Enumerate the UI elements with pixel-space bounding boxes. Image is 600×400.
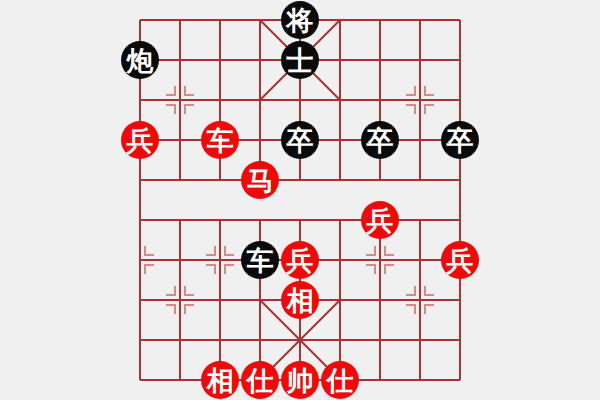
board-point-f0-r0[interactable] [120, 0, 160, 40]
piece-red-elephant[interactable]: 相 [201, 361, 239, 399]
board-point-f6-r0[interactable] [360, 0, 400, 40]
board-point-f0-r4[interactable] [120, 160, 160, 200]
board-point-f7-r1[interactable] [400, 40, 440, 80]
board-point-f8-r4[interactable] [440, 160, 480, 200]
piece-red-soldier[interactable]: 兵 [281, 241, 319, 279]
board-point-f0-r2[interactable] [120, 80, 160, 120]
board-point-f6-r9[interactable] [360, 360, 400, 400]
board-point-f4-r5[interactable] [280, 200, 320, 240]
board-point-f5-r5[interactable] [320, 200, 360, 240]
board-point-f6-r2[interactable] [360, 80, 400, 120]
board-point-f3-r9[interactable]: 仕 [240, 360, 280, 400]
board-point-f2-r8[interactable] [200, 320, 240, 360]
board-point-f2-r9[interactable]: 相 [200, 360, 240, 400]
piece-red-advisor[interactable]: 仕 [241, 361, 279, 399]
board-point-f3-r8[interactable] [240, 320, 280, 360]
board-point-f3-r5[interactable] [240, 200, 280, 240]
board-point-f2-r6[interactable] [200, 240, 240, 280]
board-point-f2-r1[interactable] [200, 40, 240, 80]
board-point-f7-r8[interactable] [400, 320, 440, 360]
board-point-f8-r0[interactable] [440, 0, 480, 40]
board-point-f3-r0[interactable] [240, 0, 280, 40]
board-point-f6-r7[interactable] [360, 280, 400, 320]
piece-red-soldier[interactable]: 兵 [121, 121, 159, 159]
board-point-f5-r7[interactable] [320, 280, 360, 320]
board-point-f0-r5[interactable] [120, 200, 160, 240]
board-point-f0-r7[interactable] [120, 280, 160, 320]
xiangqi-board[interactable]: 将炮士兵车卒卒卒马兵车兵兵相相仕帅仕 [120, 0, 480, 400]
piece-red-soldier[interactable]: 兵 [361, 201, 399, 239]
board-point-f5-r0[interactable] [320, 0, 360, 40]
piece-black-general[interactable]: 将 [281, 1, 319, 39]
board-point-f5-r3[interactable] [320, 120, 360, 160]
board-point-f8-r5[interactable] [440, 200, 480, 240]
board-point-f6-r3[interactable]: 卒 [360, 120, 400, 160]
board-point-f0-r9[interactable] [120, 360, 160, 400]
board-point-f6-r6[interactable] [360, 240, 400, 280]
board-point-f8-r1[interactable] [440, 40, 480, 80]
board-point-f2-r3[interactable]: 车 [200, 120, 240, 160]
piece-red-soldier[interactable]: 兵 [441, 241, 479, 279]
board-point-f6-r5[interactable]: 兵 [360, 200, 400, 240]
board-point-f2-r0[interactable] [200, 0, 240, 40]
piece-red-general[interactable]: 帅 [281, 361, 319, 399]
board-point-f3-r3[interactable] [240, 120, 280, 160]
board-point-f1-r7[interactable] [160, 280, 200, 320]
board-point-f7-r4[interactable] [400, 160, 440, 200]
board-point-f8-r6[interactable]: 兵 [440, 240, 480, 280]
board-point-f0-r1[interactable]: 炮 [120, 40, 160, 80]
board-point-f7-r2[interactable] [400, 80, 440, 120]
board-point-f4-r6[interactable]: 兵 [280, 240, 320, 280]
piece-black-chariot[interactable]: 车 [241, 241, 279, 279]
board-point-f4-r4[interactable] [280, 160, 320, 200]
board-point-f0-r6[interactable] [120, 240, 160, 280]
board-point-f7-r9[interactable] [400, 360, 440, 400]
board-point-f4-r0[interactable]: 将 [280, 0, 320, 40]
board-point-f6-r4[interactable] [360, 160, 400, 200]
board-point-f3-r2[interactable] [240, 80, 280, 120]
board-point-f2-r5[interactable] [200, 200, 240, 240]
board-point-f5-r1[interactable] [320, 40, 360, 80]
board-point-f1-r4[interactable] [160, 160, 200, 200]
piece-black-soldier[interactable]: 卒 [441, 121, 479, 159]
piece-black-cannon[interactable]: 炮 [121, 41, 159, 79]
board-point-f0-r8[interactable] [120, 320, 160, 360]
board-point-f4-r3[interactable]: 卒 [280, 120, 320, 160]
board-point-f7-r7[interactable] [400, 280, 440, 320]
board-point-f1-r1[interactable] [160, 40, 200, 80]
board-point-f1-r2[interactable] [160, 80, 200, 120]
board-point-f5-r2[interactable] [320, 80, 360, 120]
piece-red-elephant[interactable]: 相 [281, 281, 319, 319]
board-point-f1-r6[interactable] [160, 240, 200, 280]
board-point-f6-r1[interactable] [360, 40, 400, 80]
board-point-f4-r2[interactable] [280, 80, 320, 120]
board-point-f1-r5[interactable] [160, 200, 200, 240]
board-point-f5-r6[interactable] [320, 240, 360, 280]
board-point-f1-r8[interactable] [160, 320, 200, 360]
board-point-f3-r4[interactable]: 马 [240, 160, 280, 200]
board-point-f7-r6[interactable] [400, 240, 440, 280]
board-point-f8-r8[interactable] [440, 320, 480, 360]
board-point-f8-r2[interactable] [440, 80, 480, 120]
piece-black-soldier[interactable]: 卒 [281, 121, 319, 159]
piece-black-advisor[interactable]: 士 [281, 41, 319, 79]
board-point-f5-r4[interactable] [320, 160, 360, 200]
board-point-f1-r9[interactable] [160, 360, 200, 400]
piece-black-soldier[interactable]: 卒 [361, 121, 399, 159]
board-point-f1-r0[interactable] [160, 0, 200, 40]
piece-red-advisor[interactable]: 仕 [321, 361, 359, 399]
board-point-f4-r9[interactable]: 帅 [280, 360, 320, 400]
board-point-f8-r3[interactable]: 卒 [440, 120, 480, 160]
board-point-f7-r5[interactable] [400, 200, 440, 240]
piece-red-chariot[interactable]: 车 [201, 121, 239, 159]
board-point-f4-r8[interactable] [280, 320, 320, 360]
board-point-f2-r4[interactable] [200, 160, 240, 200]
board-point-f1-r3[interactable] [160, 120, 200, 160]
board-point-f6-r8[interactable] [360, 320, 400, 360]
board-point-f4-r1[interactable]: 士 [280, 40, 320, 80]
board-point-f3-r1[interactable] [240, 40, 280, 80]
board-point-f5-r8[interactable] [320, 320, 360, 360]
board-point-f8-r9[interactable] [440, 360, 480, 400]
board-point-f7-r0[interactable] [400, 0, 440, 40]
board-point-f4-r7[interactable]: 相 [280, 280, 320, 320]
board-point-f2-r7[interactable] [200, 280, 240, 320]
board-point-f8-r7[interactable] [440, 280, 480, 320]
board-point-f5-r9[interactable]: 仕 [320, 360, 360, 400]
xiangqi-app: 将炮士兵车卒卒卒马兵车兵兵相相仕帅仕 [0, 0, 600, 400]
piece-red-horse[interactable]: 马 [241, 161, 279, 199]
board-point-f0-r3[interactable]: 兵 [120, 120, 160, 160]
board-point-f3-r7[interactable] [240, 280, 280, 320]
board-point-f2-r2[interactable] [200, 80, 240, 120]
board-point-f3-r6[interactable]: 车 [240, 240, 280, 280]
board-point-f7-r3[interactable] [400, 120, 440, 160]
